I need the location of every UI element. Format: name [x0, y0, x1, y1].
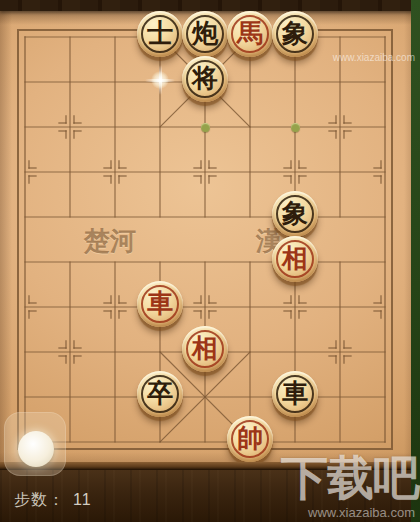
- piece-character: 卒: [147, 380, 173, 406]
- piece-red-chariot[interactable]: 車: [137, 281, 183, 327]
- piece-character: 炮: [192, 20, 218, 46]
- piece-black-soldier[interactable]: 卒: [137, 371, 183, 417]
- piece-red-elephant[interactable]: 相: [182, 326, 228, 372]
- step-count-value: 11: [73, 491, 92, 508]
- timer-button[interactable]: [4, 412, 66, 476]
- piece-black-general[interactable]: 将: [182, 56, 228, 102]
- river-label-chuhe: 楚河: [84, 226, 152, 256]
- piece-character: 馬: [237, 20, 263, 46]
- piece-black-elephant[interactable]: 象: [272, 11, 318, 57]
- step-count-label: 步数：: [14, 491, 65, 508]
- piece-character: 車: [282, 380, 308, 406]
- piece-character: 将: [192, 65, 218, 91]
- piece-black-advisor[interactable]: 士: [137, 11, 183, 57]
- move-hint-dot[interactable]: [201, 123, 210, 132]
- xiangqi-game-screen: 楚河 漢界 士炮馬象将象相車相卒車帥 步数：11 www.xiazaiba.co…: [0, 0, 420, 522]
- piece-character: 士: [147, 20, 173, 46]
- background-strip: [411, 0, 420, 522]
- clock-circle-icon: [18, 431, 54, 467]
- piece-black-elephant[interactable]: 象: [272, 191, 318, 237]
- piece-black-cannon[interactable]: 炮: [182, 11, 228, 57]
- piece-character: 帥: [237, 425, 263, 451]
- piece-black-chariot[interactable]: 車: [272, 371, 318, 417]
- step-counter: 步数：11: [14, 490, 92, 511]
- piece-character: 象: [282, 200, 308, 226]
- piece-character: 象: [282, 20, 308, 46]
- river-char: 楚河: [84, 224, 136, 259]
- piece-character: 相: [192, 335, 218, 361]
- move-hint-dot[interactable]: [291, 123, 300, 132]
- top-wood-bar: [0, 0, 420, 11]
- piece-red-general[interactable]: 帥: [227, 416, 273, 462]
- piece-red-horse[interactable]: 馬: [227, 11, 273, 57]
- piece-character: 相: [282, 245, 308, 271]
- piece-red-elephant[interactable]: 相: [272, 236, 318, 282]
- piece-character: 車: [147, 290, 173, 316]
